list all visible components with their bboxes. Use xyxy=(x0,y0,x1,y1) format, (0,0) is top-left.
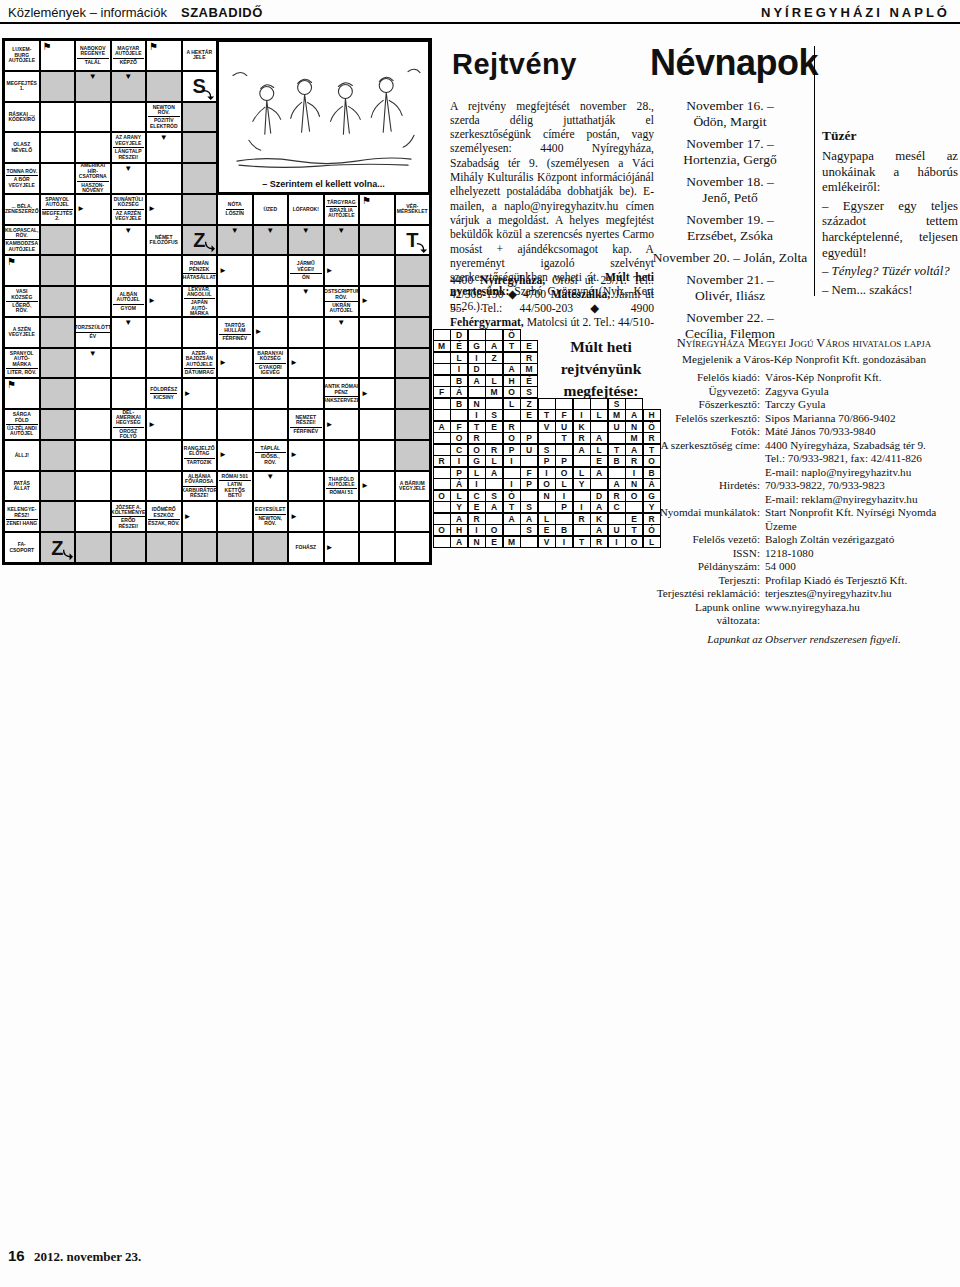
solution-cell: R xyxy=(433,455,451,467)
solution-cell: A xyxy=(433,421,451,433)
solution-cell: Y xyxy=(450,501,468,513)
impressum-value: 1218-1080 xyxy=(765,547,958,561)
clue-text: VASI KÖZSÉG xyxy=(6,289,38,300)
solution-cell: I xyxy=(468,409,486,421)
impressum-value: 54 000 xyxy=(765,560,958,574)
solution-cell: I xyxy=(608,536,626,548)
solution-cell: E xyxy=(485,421,503,433)
empty-cell xyxy=(111,440,147,471)
clue-text: BRAZÍLIA AUTÓJELE xyxy=(326,206,358,219)
impressum-value: Sipos Marianna 70/866-9402 xyxy=(765,412,958,426)
nameday-names: Ödön, Margit xyxy=(645,114,815,130)
solution-cell xyxy=(503,409,521,421)
solution-cell: O xyxy=(625,536,643,548)
impressum-value: 70/933-9822, 70/933-9823 xyxy=(765,479,958,493)
solution-cell: R xyxy=(520,352,538,364)
namedays-list: November 16. –Ödön, MargitNovember 17. –… xyxy=(645,92,815,342)
solution-cell: I xyxy=(625,467,643,479)
clue-cell: DÉL-AMERIKAI HEGYSÉGOROSZ FOLYÓ xyxy=(111,409,147,440)
solution-cell: C xyxy=(468,490,486,502)
clue-cell: MAGYAR AUTÓJELEKÉPZŐ xyxy=(111,40,147,71)
solution-cell: A xyxy=(520,513,538,525)
empty-cell xyxy=(253,286,289,317)
answer-cell xyxy=(395,409,431,440)
clue-cell: TONNA RÖV.A BÓR VEGYJELE xyxy=(4,163,40,194)
clue-text: FÖLDRÉSZ xyxy=(150,387,177,392)
impressum-value: terjesztes@nyiregyhazitv.hu xyxy=(765,587,958,601)
clue-cell: AZER-BAJDZSÁN AUTÓJELEDÁTUMRAG xyxy=(182,348,218,379)
solution-cell: N xyxy=(468,398,486,410)
solution-cell xyxy=(625,501,643,513)
solution-cell: K xyxy=(590,513,608,525)
section-breadcrumb: Közlemények – információkSZABADIDŐ xyxy=(8,5,263,20)
answer-cell xyxy=(182,532,218,563)
empty-cell xyxy=(395,532,431,563)
answer-cell xyxy=(395,317,431,348)
clue-cell: NÓTALÓSZÍN xyxy=(217,194,253,225)
solution-cell: I xyxy=(538,467,556,479)
solution-cell: L xyxy=(450,352,468,364)
solution-cell xyxy=(608,432,626,444)
impressum-value: E-mail: reklam@nyiregyhazitv.hu xyxy=(765,493,958,507)
solution-cell xyxy=(608,513,626,525)
clue-text: A SZÉN VEGYJELE xyxy=(6,327,38,338)
empty-cell xyxy=(359,440,395,471)
clue-text: KÉPZŐ xyxy=(113,58,145,65)
impressum-line2: Megjelenik a Város-Kép Nonprofit Kft. go… xyxy=(650,353,958,367)
clue-cell: ROMÁN PÉNZEKHÁTASÁLLAT xyxy=(182,255,218,286)
solution-cell: T xyxy=(503,501,521,513)
arrow-cell: ▼ xyxy=(288,286,324,317)
answer-cell xyxy=(40,286,76,317)
right-arrow-icon: ► xyxy=(255,328,263,336)
empty-cell xyxy=(359,348,395,379)
answer-cell xyxy=(182,132,218,163)
solution-cell: S xyxy=(538,444,556,456)
empty-cell xyxy=(288,378,324,409)
solution-cell: O xyxy=(485,524,503,536)
solution-cell: O xyxy=(468,444,486,456)
solution-cell: R xyxy=(573,432,591,444)
clue-cell: VÉR-MÉRSÉKLET xyxy=(395,194,431,225)
solution-cell: R xyxy=(503,421,521,433)
joke-block: Tüzér Nagypapa mesél az unokáinak a hábo… xyxy=(822,128,958,301)
solution-cell: É xyxy=(520,375,538,387)
solution-cell xyxy=(433,409,451,421)
solution-cell: E xyxy=(590,455,608,467)
nameday-date: November 18. – xyxy=(645,174,815,190)
impressum-value: Start Nonprofit Kft. Nyírségi Nyomda Üze… xyxy=(765,506,958,533)
solution-cell xyxy=(538,432,556,444)
arrow-cell: ⚑ xyxy=(359,194,395,225)
curl-arrow-icon xyxy=(203,88,215,100)
clue-text: DÉL-AMERIKAI HEGYSÉG xyxy=(113,410,145,426)
down-arrow-icon: ▼ xyxy=(231,227,239,235)
solution-cell: P xyxy=(520,432,538,444)
clue-cell: SPANYOL AUTÓJELMEGFEJTÉS 2. xyxy=(40,194,76,225)
puzzle-title: Rejtvény xyxy=(452,48,577,81)
solution-cell: D xyxy=(590,490,608,502)
right-arrow-icon: ► xyxy=(326,267,334,275)
answer-cell xyxy=(359,225,395,256)
empty-cell xyxy=(324,501,360,532)
clue-text: ... BÉLA, ZENESZERZŐ xyxy=(5,204,39,215)
text-segment: Mátészalka, xyxy=(551,288,611,301)
right-arrow-icon: ► xyxy=(148,421,156,429)
solution-cell: L xyxy=(573,467,591,479)
clue-cell: RÓMAI 501LATIN KETTŐS BETŰ xyxy=(217,471,253,502)
empty-cell xyxy=(75,378,111,409)
clue-text: PATÁS ÁLLAT xyxy=(6,481,38,492)
arrow-cell: ▼ xyxy=(111,317,147,348)
solution-cell xyxy=(485,432,503,444)
clue-text: A BÁRIUM VEGYJELE xyxy=(397,481,429,492)
solution-cell: B xyxy=(450,375,468,387)
solution-cell: I xyxy=(468,524,486,536)
solution-cell: O xyxy=(503,432,521,444)
down-arrow-icon: ▼ xyxy=(337,319,345,327)
right-arrow-icon: ► xyxy=(361,297,369,305)
right-arrow-icon: ► xyxy=(148,297,156,305)
solution-cell: Ó xyxy=(503,490,521,502)
empty-cell xyxy=(217,501,253,532)
solution-cell: A xyxy=(590,432,608,444)
impressum-value: Tarczy Gyula xyxy=(765,398,958,412)
clue-cell: A HEKTÁR JELE xyxy=(182,40,218,71)
clue-text: HASZON-NÖVÉNY xyxy=(77,181,109,194)
solution-cell xyxy=(433,375,451,387)
arrow-cell: ► xyxy=(324,532,360,563)
solution-cell: M xyxy=(520,363,538,375)
answer-cell xyxy=(217,532,253,563)
answer-cell xyxy=(40,317,76,348)
solution-cell xyxy=(590,421,608,433)
answer-cell xyxy=(111,532,147,563)
solution-cell xyxy=(538,501,556,513)
arrow-cell: ► xyxy=(359,378,395,409)
solution-cell: A xyxy=(590,524,608,536)
given-letter-cell: S xyxy=(182,71,218,102)
solution-cell: I xyxy=(555,536,573,548)
right-arrow-icon: ► xyxy=(219,267,227,275)
answer-cell xyxy=(182,102,218,133)
clue-text: BANKSZERVEZET xyxy=(324,396,360,403)
clue-text: ÉSZAK, RÖV. xyxy=(148,519,180,526)
impressum-value: Város-Kép Nonprofit Kft. xyxy=(765,371,958,385)
solution-heading: Múlt heti rejtvényünk megfejtése: xyxy=(542,336,660,402)
clue-text: NEWTON, RÖV. xyxy=(255,514,287,527)
empty-cell xyxy=(75,440,111,471)
impressum-label: Felelős szerkesztő: xyxy=(650,412,760,426)
impressum-value: 4400 Nyíregyháza, Szabadság tér 9. xyxy=(765,439,958,453)
impressum-label: Fotók: xyxy=(650,425,760,439)
clue-cell: LUXEM-BURG AUTÓJELE xyxy=(4,40,40,71)
solution-cell: É xyxy=(450,340,468,352)
solution-cell: T xyxy=(503,340,521,352)
solution-cell xyxy=(433,432,451,444)
empty-cell xyxy=(75,286,111,317)
arrow-cell: ► xyxy=(75,194,111,225)
solution-cell: Z xyxy=(485,352,503,364)
answer-cell xyxy=(395,440,431,471)
empty-cell xyxy=(217,409,253,440)
answer-cell xyxy=(182,163,218,194)
solution-cell xyxy=(433,536,451,548)
section-label: Közlemények – információk xyxy=(8,5,167,20)
solution-cell: M xyxy=(503,536,521,548)
answer-cell: ▼ xyxy=(253,225,289,256)
solution-cell: I xyxy=(555,490,573,502)
answer-cell xyxy=(395,348,431,379)
solution-cell: C xyxy=(450,444,468,456)
clue-text: ÚJ-ZÉLANDI AUTÓJEL xyxy=(6,424,38,437)
solution-cell xyxy=(503,467,521,479)
solution-cell: L xyxy=(450,490,468,502)
clue-text: A HEKTÁR JELE xyxy=(184,50,216,61)
solution-cell: U xyxy=(608,421,626,433)
solution-cell: I xyxy=(503,478,521,490)
solution-cell xyxy=(573,490,591,502)
solution-cell: K xyxy=(573,421,591,433)
solution-cell xyxy=(573,455,591,467)
curl-arrow-icon xyxy=(61,549,73,561)
impressum-label: A szerkesztőség címe: xyxy=(650,439,760,453)
clue-text: BARANYAI KÖZSÉG xyxy=(255,351,287,362)
solution-cell: F xyxy=(555,409,573,421)
solution-cell: A xyxy=(590,501,608,513)
answer-cell xyxy=(40,71,76,102)
clue-text: MEGFEJTÉS 2. xyxy=(42,209,74,222)
clue-text: POSTSCRIPTUM, RÖV. xyxy=(324,289,360,300)
clue-cell: KILOPASCAL, RÖV.KAMBODZSA AUTÓJELE xyxy=(4,225,40,256)
solution-cell xyxy=(590,478,608,490)
arrow-cell: ▼ xyxy=(111,225,147,256)
clue-cell: ... BÉLA, ZENESZERZŐ xyxy=(4,194,40,225)
clue-text: ÉV xyxy=(75,332,111,339)
answer-cell: ▼ xyxy=(75,71,111,102)
arrow-cell: ▼ xyxy=(111,163,147,194)
answer-cell: ▼ xyxy=(111,71,147,102)
impressum-value: Balogh Zoltán vezérigazgató xyxy=(765,533,958,547)
arrow-cell: ► xyxy=(359,471,395,502)
solution-cell: F xyxy=(450,421,468,433)
arrow-cell: ▼ xyxy=(253,471,289,502)
empty-cell xyxy=(40,132,76,163)
solution-cell: M xyxy=(625,432,643,444)
solution-cell: D xyxy=(468,363,486,375)
empty-cell xyxy=(146,348,182,379)
clue-text: KILOPASCAL, RÖV. xyxy=(5,228,39,239)
cartoon-illustration: – Szerintem el kellett volna... xyxy=(217,40,430,194)
arrow-cell: ► xyxy=(217,440,253,471)
solution-cell: Z xyxy=(520,398,538,410)
solution-cell: O xyxy=(450,432,468,444)
page-number: 16 xyxy=(8,1247,25,1264)
solution-cell: V xyxy=(538,421,556,433)
empty-cell xyxy=(217,378,253,409)
solution-cell: L xyxy=(590,409,608,421)
flag-arrow-icon: ⚑ xyxy=(362,196,371,206)
solution-cell xyxy=(433,444,451,456)
clue-text: POZITÍV ELEKTRÓD xyxy=(148,116,180,129)
empty-cell xyxy=(288,317,324,348)
empty-cell xyxy=(40,163,76,194)
clue-text: AZ ARANY VEGYJELE xyxy=(113,135,145,146)
arrow-cell: ► xyxy=(253,317,289,348)
solution-cell: C xyxy=(608,501,626,513)
solution-cell: S xyxy=(485,490,503,502)
clue-cell: FÖLDRÉSZKICSINY xyxy=(146,378,182,409)
clue-text: MAGYAR AUTÓJELE xyxy=(113,46,145,57)
solution-cell: V xyxy=(538,536,556,548)
joke-line: Nagypapa mesél az unokáinak a háborús em… xyxy=(822,149,958,196)
arrow-cell: ▼ xyxy=(146,132,182,163)
clue-cell: KELENGYE-RÉSZ!ZENEI HANG xyxy=(4,501,40,532)
solution-cell: R xyxy=(608,490,626,502)
solution-cell: R xyxy=(590,536,608,548)
solution-cell xyxy=(433,467,451,479)
arrow-cell: ► xyxy=(359,286,395,317)
impressum-footer: Lapunkat az Observer rendszeresen figyel… xyxy=(650,633,958,647)
solution-cell: I xyxy=(503,455,521,467)
clue-text: TONNA RÖV. xyxy=(6,169,38,174)
solution-cell xyxy=(433,501,451,513)
solution-cell: M xyxy=(433,340,451,352)
empty-cell xyxy=(75,409,111,440)
clue-text: KAMBODZSA AUTÓJELE xyxy=(5,239,39,252)
clue-text: TORZSZÜLÖTT xyxy=(75,325,111,330)
solution-cell xyxy=(485,513,503,525)
clue-text: JÁRMŰ VÉGEI! xyxy=(290,261,322,272)
solution-cell: R xyxy=(485,444,503,456)
impressum-value: Profilap Kiadó és Terjesztő Kft. xyxy=(765,574,958,588)
solution-cell: A xyxy=(450,513,468,525)
solution-cell: R xyxy=(625,455,643,467)
solution-cell: A xyxy=(485,340,503,352)
given-letter-cell: Z xyxy=(40,532,76,563)
impressum: Nyíregyháza Megyei Jogú Város hivatalos … xyxy=(650,337,958,646)
clue-text: ÓN xyxy=(290,273,322,280)
clue-cell: LÓFAROK! xyxy=(288,194,324,225)
clue-cell: NEMZET RÉSZEI!FÉRFINÉV xyxy=(288,409,324,440)
arrow-cell: ▼ xyxy=(324,317,360,348)
solution-cell: Á xyxy=(450,478,468,490)
nameday-date: November 17. – xyxy=(645,136,815,152)
nameday-names: Olivér, Iliász xyxy=(645,288,815,304)
solution-cell: A xyxy=(485,467,503,479)
answer-cell xyxy=(40,378,76,409)
answer-cell: ▼ xyxy=(288,225,324,256)
right-arrow-icon: ► xyxy=(77,205,85,213)
solution-cell: A xyxy=(608,478,626,490)
clue-text: ALBÁN AUTÓJEL xyxy=(113,292,145,303)
impressum-label: Hirdetés: xyxy=(650,479,760,493)
solution-cell: O xyxy=(433,524,451,536)
clue-cell: JÓZSEF A. KÖLTEMÉNYEERŐD RÉSZEI! xyxy=(111,501,147,532)
clue-cell: FOHÁSZ xyxy=(288,532,324,563)
clue-cell: TORZSZÜLÖTTÉV xyxy=(75,317,111,348)
cartoon-drawing-icon xyxy=(219,42,428,179)
solution-cell: F xyxy=(520,467,538,479)
solution-cell: O xyxy=(625,490,643,502)
impressum-label: Főszerkesztő: xyxy=(650,398,760,412)
empty-cell xyxy=(111,378,147,409)
text-segment: Nyíregyháza, xyxy=(480,274,545,287)
solution-cell: I xyxy=(468,478,486,490)
answer-cell xyxy=(40,501,76,532)
solution-cell: O xyxy=(503,386,521,398)
solution-cell xyxy=(520,490,538,502)
arrow-cell: ► xyxy=(217,255,253,286)
down-arrow-icon: ▼ xyxy=(89,73,97,81)
answer-cell xyxy=(40,225,76,256)
down-arrow-icon: ▼ xyxy=(266,227,274,235)
solution-cell: E xyxy=(485,536,503,548)
clue-text: RÁSKAI ..., KÓDEXÍRÓ xyxy=(6,112,38,123)
clue-text: MEGFEJTÉS 1. xyxy=(6,81,38,92)
nameday-date: November 20. – Jolán, Zolta xyxy=(645,250,815,266)
joke-line: – Tényleg? Tüzér voltál? xyxy=(822,264,958,280)
empty-cell xyxy=(359,501,395,532)
text-segment: 4400 xyxy=(450,274,480,287)
clue-cell: A SZÉN VEGYJELE xyxy=(4,317,40,348)
clue-cell: TÁPLÁLIDŐSB., RÖV. xyxy=(253,440,289,471)
clue-text: JÓZSEF A. KÖLTEMÉNYE xyxy=(111,505,145,516)
empty-cell xyxy=(111,348,147,379)
right-arrow-icon: ► xyxy=(184,513,192,521)
arrow-cell: ► xyxy=(288,440,324,471)
arrow-cell: ► xyxy=(324,255,360,286)
clue-text: LUXEM-BURG AUTÓJELE xyxy=(6,47,38,63)
arrow-cell: ► xyxy=(217,348,253,379)
answer-cell xyxy=(40,440,76,471)
clue-text: SPANYOL AUTÓJEL xyxy=(42,197,74,208)
solution-cell xyxy=(608,467,626,479)
clue-text: SÁRGA FÖLD xyxy=(6,412,38,423)
empty-cell xyxy=(75,225,111,256)
page-date: 2012. november 23. xyxy=(34,1249,141,1265)
clue-text: EGYESÜLET xyxy=(255,507,287,512)
solution-cell: N xyxy=(538,490,556,502)
arrow-cell: ▼ xyxy=(75,348,111,379)
right-arrow-icon: ► xyxy=(326,544,334,552)
empty-cell xyxy=(182,317,218,348)
arrow-cell: ⚑ xyxy=(40,40,76,71)
clue-text: ÜZED xyxy=(263,207,277,212)
impressum-label: Felelős kiadó: xyxy=(650,371,760,385)
clue-cell: DUNÁNTÚLI KÖZSÉGAZ ARZÉN VEGYJELE xyxy=(111,194,147,225)
solution-cell: P xyxy=(555,455,573,467)
arrow-cell: ► xyxy=(324,409,360,440)
down-arrow-icon: ▼ xyxy=(89,350,97,358)
nameday-date: November 19. – xyxy=(645,212,815,228)
down-arrow-icon: ▼ xyxy=(266,473,274,481)
clue-cell: LEKVÁR, ANGOLULJAPÁN AUTÓ-MÁRKA xyxy=(182,286,218,317)
flag-arrow-icon: ⚑ xyxy=(7,380,16,390)
impressum-label: Ügyvezető: xyxy=(650,385,760,399)
clue-cell: RANGJELZŐ ELŐTAGTARTOZIK xyxy=(182,440,218,471)
clue-text: IDŐMÉRŐ ESZKÖZ xyxy=(148,507,180,518)
clue-text: TARTÓS HULLÁM xyxy=(219,323,251,334)
solution-cell: T xyxy=(538,409,556,421)
solution-cell: S xyxy=(520,501,538,513)
clue-cell: NEWTON RÖV.POZITÍV ELEKTRÓD xyxy=(146,102,182,133)
right-arrow-icon: ► xyxy=(290,451,298,459)
solution-cell: S xyxy=(520,386,538,398)
empty-cell xyxy=(146,255,182,286)
clue-cell: TÁRGYRAGBRAZÍLIA AUTÓJELE xyxy=(324,194,360,225)
impressum-line1: Nyíregyháza Megyei Jogú Város hivatalos … xyxy=(650,337,958,351)
